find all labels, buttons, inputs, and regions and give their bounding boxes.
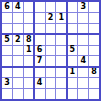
cell-r2c7[interactable] [67, 13, 77, 23]
cell-r8c1[interactable]: 3 [2, 78, 12, 88]
cell-r2c2[interactable] [13, 13, 23, 23]
cell-r2c3[interactable] [24, 13, 34, 23]
cell-r1c8[interactable]: 3 [78, 2, 88, 12]
cell-r6c1[interactable] [2, 56, 12, 66]
cell-r5c1[interactable] [2, 46, 12, 56]
cell-r8c7[interactable] [67, 78, 77, 88]
cell-r7c9[interactable]: 8 [89, 67, 99, 77]
cell-r7c6[interactable] [56, 67, 66, 77]
cell-r8c8[interactable] [78, 78, 88, 88]
cell-r4c3[interactable]: 8 [24, 35, 34, 45]
cell-r8c3[interactable] [24, 78, 34, 88]
cell-r3c2[interactable] [13, 24, 23, 34]
cell-r9c6[interactable] [56, 89, 66, 99]
cell-r8c2[interactable] [13, 78, 23, 88]
cell-r7c1[interactable] [2, 67, 12, 77]
cell-r9c8[interactable] [78, 89, 88, 99]
cell-r8c5[interactable] [46, 78, 56, 88]
cell-r9c1[interactable] [2, 89, 12, 99]
cell-r9c2[interactable] [13, 89, 23, 99]
cell-r5c6[interactable] [56, 46, 66, 56]
cell-r3c4[interactable] [35, 24, 45, 34]
cell-r6c2[interactable] [13, 56, 23, 66]
cell-r7c4[interactable] [35, 67, 45, 77]
sudoku-board: 64321528165741834 [0, 0, 101, 101]
cell-r5c2[interactable] [13, 46, 23, 56]
cell-r6c8[interactable]: 4 [78, 56, 88, 66]
cell-r5c9[interactable] [89, 46, 99, 56]
cell-r6c3[interactable] [24, 56, 34, 66]
cell-r9c7[interactable] [67, 89, 77, 99]
cell-r1c9[interactable] [89, 2, 99, 12]
cell-r7c5[interactable] [46, 67, 56, 77]
cell-r2c9[interactable] [89, 13, 99, 23]
cell-r6c6[interactable] [56, 56, 66, 66]
cell-r4c9[interactable] [89, 35, 99, 45]
cell-r1c2[interactable]: 4 [13, 2, 23, 12]
cell-r2c1[interactable] [2, 13, 12, 23]
cell-r8c9[interactable] [89, 78, 99, 88]
cell-r4c8[interactable] [78, 35, 88, 45]
cell-r5c4[interactable]: 6 [35, 46, 45, 56]
cell-r4c1[interactable]: 5 [2, 35, 12, 45]
cell-r9c4[interactable] [35, 89, 45, 99]
cell-r3c5[interactable] [46, 24, 56, 34]
cell-r4c4[interactable] [35, 35, 45, 45]
cell-r5c8[interactable] [78, 46, 88, 56]
cell-r5c5[interactable] [46, 46, 56, 56]
cell-r4c7[interactable] [67, 35, 77, 45]
cell-r6c4[interactable]: 7 [35, 56, 45, 66]
cell-r1c1[interactable]: 6 [2, 2, 12, 12]
cell-r9c3[interactable] [24, 89, 34, 99]
cell-r8c4[interactable]: 4 [35, 78, 45, 88]
cell-r6c7[interactable] [67, 56, 77, 66]
cell-r7c3[interactable] [24, 67, 34, 77]
cell-r5c3[interactable]: 1 [24, 46, 34, 56]
cell-r8c6[interactable] [56, 78, 66, 88]
cell-r6c9[interactable] [89, 56, 99, 66]
cell-r7c2[interactable] [13, 67, 23, 77]
cell-r1c5[interactable] [46, 2, 56, 12]
cell-r5c7[interactable]: 5 [67, 46, 77, 56]
cell-r7c7[interactable]: 1 [67, 67, 77, 77]
cell-r1c7[interactable] [67, 2, 77, 12]
cell-r4c5[interactable] [46, 35, 56, 45]
cell-r3c6[interactable] [56, 24, 66, 34]
cell-r1c3[interactable] [24, 2, 34, 12]
cell-r3c3[interactable] [24, 24, 34, 34]
cell-r2c6[interactable]: 1 [56, 13, 66, 23]
cell-r3c7[interactable] [67, 24, 77, 34]
cell-r7c8[interactable] [78, 67, 88, 77]
cell-r2c4[interactable] [35, 13, 45, 23]
cell-r4c2[interactable]: 2 [13, 35, 23, 45]
cell-r1c4[interactable] [35, 2, 45, 12]
cell-r3c1[interactable] [2, 24, 12, 34]
cell-r3c9[interactable] [89, 24, 99, 34]
cell-r4c6[interactable] [56, 35, 66, 45]
cell-r2c8[interactable] [78, 13, 88, 23]
cell-r9c5[interactable] [46, 89, 56, 99]
cell-r2c5[interactable]: 2 [46, 13, 56, 23]
cell-r9c9[interactable] [89, 89, 99, 99]
cell-r6c5[interactable] [46, 56, 56, 66]
cell-r3c8[interactable] [78, 24, 88, 34]
cell-r1c6[interactable] [56, 2, 66, 12]
